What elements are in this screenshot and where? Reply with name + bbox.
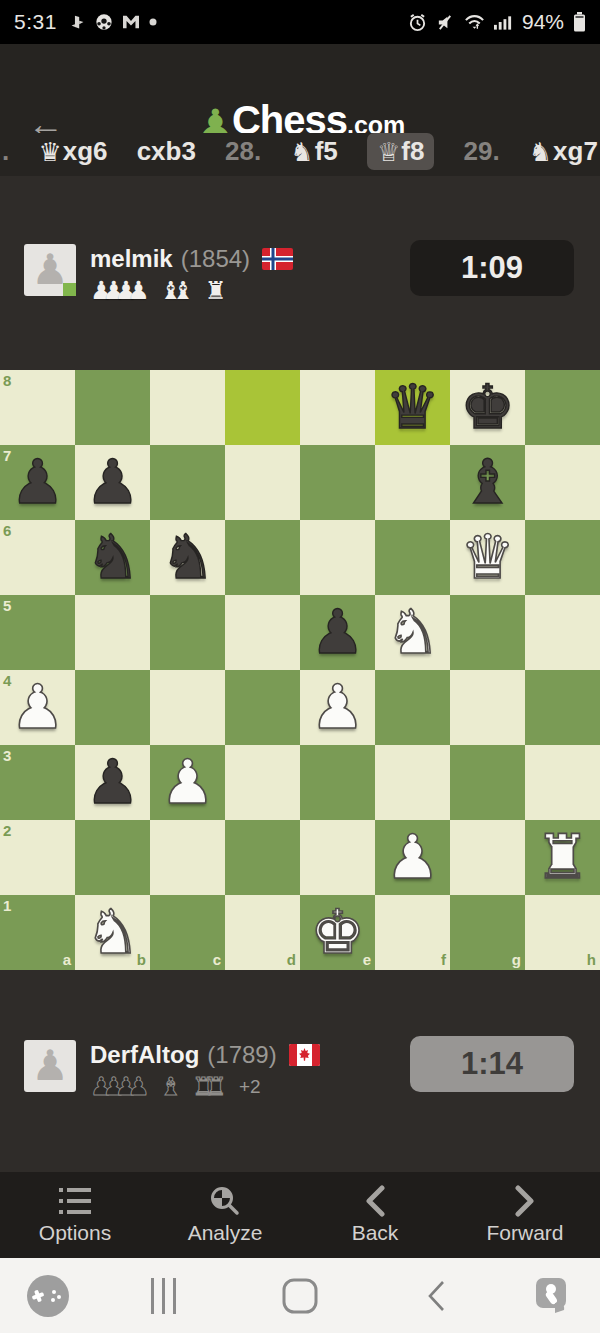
material-advantage: +2 (239, 1076, 261, 1098)
square-e2[interactable] (300, 820, 375, 895)
square-f6[interactable] (375, 520, 450, 595)
file-label: g (512, 952, 521, 967)
square-a6[interactable]: 6 (0, 520, 75, 595)
square-c7[interactable] (150, 445, 225, 520)
rank-label: 5 (3, 598, 11, 613)
signal-icon (494, 14, 513, 31)
square-b1[interactable]: b♞ (75, 895, 150, 970)
analyze-icon (208, 1185, 242, 1217)
square-b6[interactable]: ♞ (75, 520, 150, 595)
move-item[interactable]: ♛xg6 (38, 136, 107, 167)
player-name-bottom[interactable]: DerfAltog (90, 1041, 199, 1069)
square-g5[interactable] (450, 595, 525, 670)
system-nav-bar (0, 1258, 600, 1333)
gmail-icon (122, 14, 140, 30)
square-d1[interactable]: d (225, 895, 300, 970)
player-rating-bottom: (1789) (207, 1041, 276, 1069)
player-name-top[interactable]: melmik (90, 245, 173, 273)
piece-figurine: ♞ (290, 137, 313, 167)
clock-top: 1:09 (410, 240, 574, 296)
square-g4[interactable] (450, 670, 525, 745)
black-bishop-g7[interactable]: ♝ (450, 445, 525, 520)
rank-label: 6 (3, 523, 11, 538)
square-e7[interactable] (300, 445, 375, 520)
chess-board: 8♛♚7♟♟♝6♞♞♛5♟♞4♟♟3♟♟2♟♜1ab♞cde♚fgh (0, 370, 600, 970)
captured-group: ♝ (160, 1074, 182, 1099)
white-pawn-f2[interactable]: ♟ (375, 820, 450, 895)
online-badge (63, 283, 76, 296)
home-button[interactable] (232, 1277, 368, 1315)
black-king-g8[interactable]: ♚ (450, 370, 525, 445)
square-d7[interactable] (225, 445, 300, 520)
square-d3[interactable] (225, 745, 300, 820)
square-c4[interactable] (150, 670, 225, 745)
square-e4[interactable]: ♟ (300, 670, 375, 745)
avatar-top[interactable]: ♟ (24, 244, 76, 296)
square-a2[interactable]: 2 (0, 820, 75, 895)
white-king-e1[interactable]: ♚ (300, 895, 375, 970)
playstation-icon (69, 14, 86, 31)
battery-percent: 94% (522, 10, 564, 34)
piece-figurine: ♛ (38, 137, 61, 167)
square-e8[interactable] (300, 370, 375, 445)
player-card-bottom: ♟ DerfAltog (1789) ♟♟♟♟♝♜♜+2 1:14 (0, 1040, 600, 1110)
rank-label: 1 (3, 898, 11, 913)
captured-r-icon: ♜ (205, 1074, 227, 1099)
white-knight-f5[interactable]: ♞ (375, 595, 450, 670)
white-pawn-c3[interactable]: ♟ (150, 745, 225, 820)
touch-block-icon[interactable] (504, 1275, 600, 1317)
back-button-system[interactable] (368, 1277, 504, 1315)
piece-figurine: ♕ (377, 137, 400, 167)
captured-p-icon: ♟ (127, 278, 149, 303)
square-f1[interactable]: f (375, 895, 450, 970)
move-item[interactable]: ♞xg7 (529, 136, 598, 167)
square-e3[interactable] (300, 745, 375, 820)
black-pawn-b3[interactable]: ♟ (75, 745, 150, 820)
white-pawn-e4[interactable]: ♟ (300, 670, 375, 745)
square-f3[interactable] (375, 745, 450, 820)
square-h1[interactable]: h (525, 895, 600, 970)
captured-b-icon: ♝ (172, 278, 194, 303)
move-item[interactable]: ♕f8 (367, 133, 434, 170)
game-toolbar: OptionsAnalyzeBackForward (0, 1172, 600, 1258)
captured-r-icon: ♜ (205, 278, 227, 303)
square-g8[interactable]: ♚ (450, 370, 525, 445)
square-h3[interactable] (525, 745, 600, 820)
square-b8[interactable] (75, 370, 150, 445)
square-f2[interactable]: ♟ (375, 820, 450, 895)
square-b4[interactable] (75, 670, 150, 745)
status-bar: 5:31 (0, 0, 600, 44)
move-number: . (2, 136, 9, 167)
square-a7[interactable]: 7♟ (0, 445, 75, 520)
avatar-bottom[interactable]: ♟ (24, 1040, 76, 1092)
back-button[interactable]: Back (300, 1172, 450, 1258)
square-c1[interactable]: c (150, 895, 225, 970)
square-h6[interactable] (525, 520, 600, 595)
avatar-pawn-icon: ♟ (31, 1041, 69, 1090)
square-a1[interactable]: 1a (0, 895, 75, 970)
file-label: d (287, 952, 296, 967)
canada-flag-icon (289, 1044, 320, 1066)
toolbar-label: Back (352, 1221, 399, 1245)
file-label: a (63, 952, 71, 967)
square-b7[interactable]: ♟ (75, 445, 150, 520)
white-knight-b1[interactable]: ♞ (75, 895, 150, 970)
square-g6[interactable]: ♛ (450, 520, 525, 595)
player-rating-top: (1854) (181, 245, 250, 273)
soccer-icon (95, 13, 113, 31)
square-b3[interactable]: ♟ (75, 745, 150, 820)
clock-bottom: 1:14 (410, 1036, 574, 1092)
wifi-icon (464, 13, 485, 31)
square-d5[interactable] (225, 595, 300, 670)
black-pawn-a7[interactable]: ♟ (0, 445, 75, 520)
square-f4[interactable] (375, 670, 450, 745)
black-pawn-e5[interactable]: ♟ (300, 595, 375, 670)
options-button[interactable]: Options (0, 1172, 150, 1258)
captured-b-icon: ♝ (160, 1074, 182, 1099)
square-e6[interactable] (300, 520, 375, 595)
mute-icon (436, 13, 455, 32)
status-time: 5:31 (14, 10, 57, 34)
square-c2[interactable] (150, 820, 225, 895)
square-a5[interactable]: 5 (0, 595, 75, 670)
alarm-icon (408, 13, 427, 32)
square-d4[interactable] (225, 670, 300, 745)
file-label: f (441, 952, 446, 967)
move-number: 28. (225, 136, 261, 167)
square-e5[interactable]: ♟ (300, 595, 375, 670)
analyze-button[interactable]: Analyze (150, 1172, 300, 1258)
square-h8[interactable] (525, 370, 600, 445)
move-item[interactable]: ♞f5 (290, 136, 337, 167)
square-c5[interactable] (150, 595, 225, 670)
square-f5[interactable]: ♞ (375, 595, 450, 670)
file-label: c (213, 952, 221, 967)
square-b2[interactable] (75, 820, 150, 895)
captured-p-icon: ♟ (127, 1074, 149, 1099)
square-c6[interactable]: ♞ (150, 520, 225, 595)
black-knight-c6[interactable]: ♞ (150, 520, 225, 595)
captured-pieces-bottom: ♟♟♟♟♝♜♜+2 (90, 1074, 261, 1099)
square-d2[interactable] (225, 820, 300, 895)
square-d6[interactable] (225, 520, 300, 595)
square-h4[interactable] (525, 670, 600, 745)
square-g7[interactable]: ♝ (450, 445, 525, 520)
captured-group: ♟♟♟♟ (90, 278, 150, 303)
square-d8[interactable] (225, 370, 300, 445)
recents-button[interactable] (96, 1276, 232, 1316)
app-header: ← ♟Chess.com (0, 44, 600, 133)
square-g1[interactable]: g (450, 895, 525, 970)
rank-label: 8 (3, 373, 11, 388)
file-label: h (587, 952, 596, 967)
chess-app-screen: 5:31 (0, 0, 600, 1333)
piece-figurine: ♞ (529, 137, 552, 167)
forward-button[interactable]: Forward (450, 1172, 600, 1258)
game-booster-icon[interactable] (0, 1274, 96, 1318)
notification-dot (149, 18, 157, 26)
square-e1[interactable]: e♚ (300, 895, 375, 970)
captured-pieces-top: ♟♟♟♟♝♝♜ (90, 278, 227, 303)
square-f7[interactable] (375, 445, 450, 520)
chevron-right-icon (514, 1185, 536, 1217)
captured-group: ♜♜ (192, 1074, 227, 1099)
move-item[interactable]: cxb3 (137, 136, 196, 167)
white-pawn-a4[interactable]: ♟ (0, 670, 75, 745)
options-list-icon (58, 1185, 92, 1217)
toolbar-label: Forward (486, 1221, 563, 1245)
black-knight-b6[interactable]: ♞ (75, 520, 150, 595)
white-queen-g6[interactable]: ♛ (450, 520, 525, 595)
toolbar-label: Options (39, 1221, 111, 1245)
square-g2[interactable] (450, 820, 525, 895)
square-c3[interactable]: ♟ (150, 745, 225, 820)
move-list[interactable]: .♛xg6cxb328.♞f5♕f829.♞xg7 (0, 133, 600, 176)
rank-label: 3 (3, 748, 11, 763)
square-f8[interactable]: ♛ (375, 370, 450, 445)
square-a3[interactable]: 3 (0, 745, 75, 820)
square-g3[interactable] (450, 745, 525, 820)
square-a8[interactable]: 8 (0, 370, 75, 445)
black-pawn-b7[interactable]: ♟ (75, 445, 150, 520)
square-c8[interactable] (150, 370, 225, 445)
square-h5[interactable] (525, 595, 600, 670)
chevron-left-icon (364, 1185, 386, 1217)
norway-flag-icon (262, 248, 293, 270)
toolbar-label: Analyze (188, 1221, 263, 1245)
player-card-top: ♟ melmik (1854) ♟♟♟♟♝♝♜ 1:09 (0, 244, 600, 314)
battery-icon (573, 12, 586, 32)
square-b5[interactable] (75, 595, 150, 670)
rank-label: 2 (3, 823, 11, 838)
captured-group: ♟♟♟♟ (90, 1074, 150, 1099)
square-h7[interactable] (525, 445, 600, 520)
captured-group: ♝♝ (160, 278, 195, 303)
square-a4[interactable]: 4♟ (0, 670, 75, 745)
square-h2[interactable]: ♜ (525, 820, 600, 895)
white-rook-h2[interactable]: ♜ (525, 820, 600, 895)
captured-group: ♜ (205, 278, 227, 303)
black-queen-f8[interactable]: ♛ (375, 370, 450, 445)
move-number: 29. (464, 136, 500, 167)
